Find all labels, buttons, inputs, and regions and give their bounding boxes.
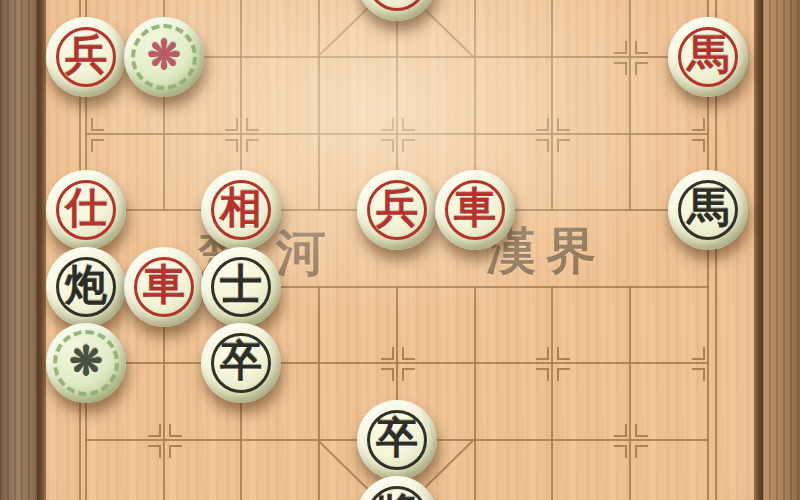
piece-glyph: 卒 — [376, 417, 418, 459]
piece-layer: 帥兵❋馬仕相兵車馬炮車士❋卒卒將 — [46, 0, 754, 500]
piece-glyph: ❋ — [69, 342, 103, 382]
red-chariot[interactable]: 車 — [124, 247, 204, 327]
black-cannon[interactable]: 炮 — [46, 247, 126, 327]
piece-glyph: 卒 — [220, 340, 262, 382]
red-general-partial[interactable]: 帥 — [357, 0, 437, 21]
piece-glyph: 馬 — [687, 34, 729, 76]
piece-glyph: 炮 — [65, 264, 107, 306]
hidden-black-piece[interactable]: ❋ — [46, 323, 126, 403]
black-general-partial[interactable]: 將 — [357, 476, 437, 500]
hidden-red-piece[interactable]: ❋ — [124, 17, 204, 97]
piece-glyph: 士 — [220, 264, 262, 306]
piece-glyph: 兵 — [376, 187, 418, 229]
piece-glyph: 將 — [376, 493, 418, 500]
left-frame-groove — [37, 0, 46, 500]
piece-glyph: 相 — [220, 187, 262, 229]
xiangqi-game-screen: 楚河 漢界 帥兵❋馬仕相兵車馬炮車士❋卒卒將 — [0, 0, 800, 500]
black-soldier[interactable]: 卒 — [357, 400, 437, 480]
piece-glyph: 馬 — [687, 187, 729, 229]
wood-grain — [762, 0, 800, 500]
red-chariot[interactable]: 車 — [435, 170, 515, 250]
red-horse[interactable]: 馬 — [668, 17, 748, 97]
piece-glyph: 車 — [143, 264, 185, 306]
piece-glyph: 車 — [454, 187, 496, 229]
piece-glyph: 仕 — [65, 187, 107, 229]
piece-glyph: ❋ — [147, 36, 181, 76]
black-soldier[interactable]: 卒 — [201, 323, 281, 403]
red-soldier[interactable]: 兵 — [357, 170, 437, 250]
wood-grain — [0, 0, 38, 500]
piece-glyph: 兵 — [65, 34, 107, 76]
red-elephant[interactable]: 相 — [201, 170, 281, 250]
xiangqi-board[interactable]: 楚河 漢界 帥兵❋馬仕相兵車馬炮車士❋卒卒將 — [46, 0, 754, 500]
black-advisor[interactable]: 士 — [201, 247, 281, 327]
red-advisor[interactable]: 仕 — [46, 170, 126, 250]
black-horse[interactable]: 馬 — [668, 170, 748, 250]
right-wood-frame — [762, 0, 800, 500]
right-frame-groove — [754, 0, 763, 500]
left-wood-frame — [0, 0, 38, 500]
red-soldier[interactable]: 兵 — [46, 17, 126, 97]
